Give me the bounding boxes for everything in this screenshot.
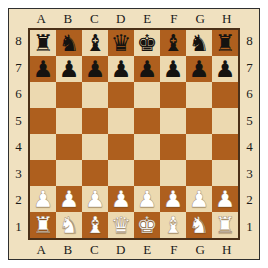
file-label-h: H <box>214 240 241 259</box>
square-g5[interactable] <box>186 108 212 134</box>
file-label-a: A <box>28 240 55 259</box>
piece-white-bishop[interactable]: ♝ <box>163 212 184 238</box>
file-label-e: E <box>134 9 161 28</box>
rank-label-3: 3 <box>9 161 28 188</box>
piece-white-pawn[interactable]: ♟ <box>189 186 210 212</box>
square-c2[interactable]: ♟ <box>82 186 108 212</box>
rank-label-6: 6 <box>9 81 28 108</box>
square-f8[interactable]: ♝ <box>160 30 186 56</box>
piece-black-pawn[interactable]: ♟ <box>59 56 80 82</box>
square-e3[interactable] <box>134 160 160 186</box>
square-h1[interactable]: ♜ <box>212 212 238 238</box>
square-f1[interactable]: ♝ <box>160 212 186 238</box>
piece-black-pawn[interactable]: ♟ <box>215 56 236 82</box>
piece-black-king[interactable]: ♚ <box>137 30 158 56</box>
square-f3[interactable] <box>160 160 186 186</box>
square-c5[interactable] <box>82 108 108 134</box>
file-label-f: F <box>161 240 188 259</box>
file-labels-top: ABCDEFGH <box>28 9 240 28</box>
rank-label-8: 8 <box>240 28 259 55</box>
board-grid: ♜♞♝♛♚♝♞♜♟♟♟♟♟♟♟♟♟♟♟♟♟♟♟♟♜♞♝♛♚♝♞♜ <box>30 30 238 238</box>
rank-label-5: 5 <box>9 108 28 135</box>
piece-black-knight[interactable]: ♞ <box>59 30 80 56</box>
square-e2[interactable]: ♟ <box>134 186 160 212</box>
file-label-f: F <box>161 9 188 28</box>
square-d2[interactable]: ♟ <box>108 186 134 212</box>
file-label-a: A <box>28 9 55 28</box>
play-area: ♜♞♝♛♚♝♞♜♟♟♟♟♟♟♟♟♟♟♟♟♟♟♟♟♜♞♝♛♚♝♞♜ <box>28 28 240 240</box>
square-f6[interactable] <box>160 82 186 108</box>
rank-labels-left: 87654321 <box>9 28 28 240</box>
rank-labels-right: 87654321 <box>240 28 259 240</box>
file-label-c: C <box>81 240 108 259</box>
square-a1[interactable]: ♜ <box>30 212 56 238</box>
piece-white-rook[interactable]: ♜ <box>215 212 236 238</box>
square-b6[interactable] <box>56 82 82 108</box>
rank-label-7: 7 <box>240 55 259 82</box>
square-f7[interactable]: ♟ <box>160 56 186 82</box>
square-b8[interactable]: ♞ <box>56 30 82 56</box>
square-e7[interactable]: ♟ <box>134 56 160 82</box>
rank-label-3: 3 <box>240 161 259 188</box>
square-b5[interactable] <box>56 108 82 134</box>
square-c8[interactable]: ♝ <box>82 30 108 56</box>
piece-black-queen[interactable]: ♛ <box>111 30 132 56</box>
rank-label-2: 2 <box>240 187 259 214</box>
square-h8[interactable]: ♜ <box>212 30 238 56</box>
rank-label-8: 8 <box>9 28 28 55</box>
square-d1[interactable]: ♛ <box>108 212 134 238</box>
square-c6[interactable] <box>82 82 108 108</box>
file-label-g: G <box>187 9 214 28</box>
piece-black-knight[interactable]: ♞ <box>189 30 210 56</box>
square-f4[interactable] <box>160 134 186 160</box>
square-b2[interactable]: ♟ <box>56 186 82 212</box>
square-h5[interactable] <box>212 108 238 134</box>
piece-white-king[interactable]: ♚ <box>137 212 158 238</box>
piece-black-pawn[interactable]: ♟ <box>189 56 210 82</box>
piece-white-pawn[interactable]: ♟ <box>33 186 54 212</box>
piece-white-bishop[interactable]: ♝ <box>85 212 106 238</box>
square-g3[interactable] <box>186 160 212 186</box>
square-c3[interactable] <box>82 160 108 186</box>
square-f2[interactable]: ♟ <box>160 186 186 212</box>
square-a5[interactable] <box>30 108 56 134</box>
chessboard-frame: ABCDEFGH ABCDEFGH 87654321 87654321 ♜♞♝♛… <box>0 0 268 268</box>
rank-label-1: 1 <box>240 214 259 241</box>
square-g1[interactable]: ♞ <box>186 212 212 238</box>
piece-white-pawn[interactable]: ♟ <box>137 186 158 212</box>
piece-white-pawn[interactable]: ♟ <box>85 186 106 212</box>
square-g6[interactable] <box>186 82 212 108</box>
rank-label-4: 4 <box>240 134 259 161</box>
square-c1[interactable]: ♝ <box>82 212 108 238</box>
square-g7[interactable]: ♟ <box>186 56 212 82</box>
file-label-g: G <box>187 240 214 259</box>
piece-black-bishop[interactable]: ♝ <box>163 30 184 56</box>
file-labels-bottom: ABCDEFGH <box>28 240 240 259</box>
square-b1[interactable]: ♞ <box>56 212 82 238</box>
square-a2[interactable]: ♟ <box>30 186 56 212</box>
file-label-b: B <box>55 240 82 259</box>
rank-label-6: 6 <box>240 81 259 108</box>
square-h7[interactable]: ♟ <box>212 56 238 82</box>
square-e4[interactable] <box>134 134 160 160</box>
piece-white-knight[interactable]: ♞ <box>189 212 210 238</box>
square-e5[interactable] <box>134 108 160 134</box>
chessboard: ABCDEFGH ABCDEFGH 87654321 87654321 ♜♞♝♛… <box>8 8 260 260</box>
rank-label-4: 4 <box>9 134 28 161</box>
square-e6[interactable] <box>134 82 160 108</box>
square-b7[interactable]: ♟ <box>56 56 82 82</box>
square-e1[interactable]: ♚ <box>134 212 160 238</box>
square-d4[interactable] <box>108 134 134 160</box>
piece-white-pawn[interactable]: ♟ <box>111 186 132 212</box>
piece-black-rook[interactable]: ♜ <box>215 30 236 56</box>
square-d5[interactable] <box>108 108 134 134</box>
piece-black-pawn[interactable]: ♟ <box>85 56 106 82</box>
rank-label-1: 1 <box>9 214 28 241</box>
piece-white-pawn[interactable]: ♟ <box>215 186 236 212</box>
piece-white-rook[interactable]: ♜ <box>33 212 54 238</box>
square-a8[interactable]: ♜ <box>30 30 56 56</box>
piece-black-rook[interactable]: ♜ <box>33 30 54 56</box>
square-d7[interactable]: ♟ <box>108 56 134 82</box>
square-c7[interactable]: ♟ <box>82 56 108 82</box>
file-label-e: E <box>134 240 161 259</box>
file-label-h: H <box>214 9 241 28</box>
piece-white-pawn[interactable]: ♟ <box>59 186 80 212</box>
square-d8[interactable]: ♛ <box>108 30 134 56</box>
square-h6[interactable] <box>212 82 238 108</box>
rank-label-5: 5 <box>240 108 259 135</box>
square-f5[interactable] <box>160 108 186 134</box>
file-label-d: D <box>108 9 135 28</box>
square-b3[interactable] <box>56 160 82 186</box>
rank-label-2: 2 <box>9 187 28 214</box>
rank-label-7: 7 <box>9 55 28 82</box>
file-label-c: C <box>81 9 108 28</box>
square-g2[interactable]: ♟ <box>186 186 212 212</box>
piece-black-bishop[interactable]: ♝ <box>85 30 106 56</box>
square-a7[interactable]: ♟ <box>30 56 56 82</box>
square-e8[interactable]: ♚ <box>134 30 160 56</box>
square-d6[interactable] <box>108 82 134 108</box>
square-a4[interactable] <box>30 134 56 160</box>
file-label-d: D <box>108 240 135 259</box>
piece-black-pawn[interactable]: ♟ <box>137 56 158 82</box>
square-a3[interactable] <box>30 160 56 186</box>
piece-black-pawn[interactable]: ♟ <box>33 56 54 82</box>
piece-black-pawn[interactable]: ♟ <box>163 56 184 82</box>
square-c4[interactable] <box>82 134 108 160</box>
piece-white-knight[interactable]: ♞ <box>59 212 80 238</box>
piece-white-pawn[interactable]: ♟ <box>163 186 184 212</box>
piece-white-queen[interactable]: ♛ <box>111 212 132 238</box>
file-label-b: B <box>55 9 82 28</box>
square-h3[interactable] <box>212 160 238 186</box>
piece-black-pawn[interactable]: ♟ <box>111 56 132 82</box>
square-d3[interactable] <box>108 160 134 186</box>
square-g4[interactable] <box>186 134 212 160</box>
square-h2[interactable]: ♟ <box>212 186 238 212</box>
square-b4[interactable] <box>56 134 82 160</box>
square-a6[interactable] <box>30 82 56 108</box>
square-h4[interactable] <box>212 134 238 160</box>
square-g8[interactable]: ♞ <box>186 30 212 56</box>
